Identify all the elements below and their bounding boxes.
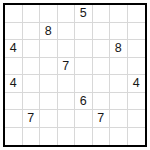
cell-r1c4[interactable] (58, 5, 76, 23)
cell-r8c8[interactable] (128, 128, 146, 146)
cell-r2c4[interactable] (58, 23, 76, 41)
cell-r5c7[interactable] (110, 75, 128, 93)
cell-r3c7-clue: 8 (110, 40, 128, 58)
cell-r6c1[interactable] (5, 93, 23, 111)
cell-r8c3[interactable] (40, 128, 58, 146)
cell-r7c3[interactable] (40, 110, 58, 128)
cell-r6c5-clue: 6 (75, 93, 93, 111)
cell-r2c1[interactable] (5, 23, 23, 41)
cell-r6c7[interactable] (110, 93, 128, 111)
cell-r2c7[interactable] (110, 23, 128, 41)
cell-r3c5[interactable] (75, 40, 93, 58)
cell-r1c3[interactable] (40, 5, 58, 23)
cell-r1c2[interactable] (23, 5, 41, 23)
cell-r3c8[interactable] (128, 40, 146, 58)
cell-r1c7[interactable] (110, 5, 128, 23)
cell-r8c1[interactable] (5, 128, 23, 146)
cell-r6c4[interactable] (58, 93, 76, 111)
cell-r5c6[interactable] (93, 75, 111, 93)
cell-r4c2[interactable] (23, 58, 41, 76)
cell-r4c7[interactable] (110, 58, 128, 76)
cell-r2c8[interactable] (128, 23, 146, 41)
cell-r7c7[interactable] (110, 110, 128, 128)
cell-r1c8[interactable] (128, 5, 146, 23)
cell-r4c5[interactable] (75, 58, 93, 76)
cell-r1c1[interactable] (5, 5, 23, 23)
cell-r1c5-clue: 5 (75, 5, 93, 23)
cell-r7c4[interactable] (58, 110, 76, 128)
cell-r8c6[interactable] (93, 128, 111, 146)
cell-r2c6[interactable] (93, 23, 111, 41)
cell-r8c4[interactable] (58, 128, 76, 146)
cell-r4c6[interactable] (93, 58, 111, 76)
cell-r6c2[interactable] (23, 93, 41, 111)
cell-r4c8[interactable] (128, 58, 146, 76)
cell-r3c2[interactable] (23, 40, 41, 58)
cell-r7c5[interactable] (75, 110, 93, 128)
cell-r4c1[interactable] (5, 58, 23, 76)
cell-r6c8[interactable] (128, 93, 146, 111)
cell-r6c6[interactable] (93, 93, 111, 111)
cell-r5c3[interactable] (40, 75, 58, 93)
cell-r6c3[interactable] (40, 93, 58, 111)
cell-r2c2[interactable] (23, 23, 41, 41)
cell-r5c1-clue: 4 (5, 75, 23, 93)
cell-r8c2[interactable] (23, 128, 41, 146)
cell-r7c8[interactable] (128, 110, 146, 128)
cell-r3c4[interactable] (58, 40, 76, 58)
puzzle-board: 5848744677 (3, 3, 147, 147)
cell-r8c7[interactable] (110, 128, 128, 146)
cell-r4c4-clue: 7 (58, 58, 76, 76)
cell-r5c4[interactable] (58, 75, 76, 93)
cell-r3c6[interactable] (93, 40, 111, 58)
cell-r7c2-clue: 7 (23, 110, 41, 128)
cell-r5c2[interactable] (23, 75, 41, 93)
cell-r3c1-clue: 4 (5, 40, 23, 58)
cell-r7c1[interactable] (5, 110, 23, 128)
cell-r4c3[interactable] (40, 58, 58, 76)
puzzle-page: 5848744677 (0, 0, 150, 150)
cell-r2c3-clue: 8 (40, 23, 58, 41)
cell-r1c6[interactable] (93, 5, 111, 23)
cell-r3c3[interactable] (40, 40, 58, 58)
cell-r7c6-clue: 7 (93, 110, 111, 128)
cell-r5c8-clue: 4 (128, 75, 146, 93)
cell-r8c5[interactable] (75, 128, 93, 146)
cell-r5c5[interactable] (75, 75, 93, 93)
cell-r2c5[interactable] (75, 23, 93, 41)
